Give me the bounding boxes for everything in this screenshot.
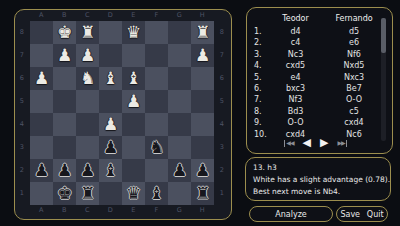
coordinate-label: C — [76, 10, 99, 21]
file-labels-bottom: ABCDEFGH — [30, 205, 214, 216]
black-pawn: ♟ — [57, 159, 72, 182]
square-h3[interactable] — [191, 136, 214, 159]
step-back-icon[interactable]: ◀ — [303, 137, 311, 149]
square-e5[interactable]: ♟ — [122, 90, 145, 113]
coordinate-label: A — [30, 10, 53, 21]
square-d1[interactable] — [99, 182, 122, 205]
white-move[interactable]: e4 — [267, 72, 324, 83]
black-bishop: ♝ — [149, 182, 164, 205]
evaluation-text: White has a slight advantage (0.78). — [253, 174, 383, 186]
move-number[interactable]: 7. — [247, 94, 267, 105]
square-d7[interactable] — [99, 44, 122, 67]
white-move[interactable]: Nf3 — [267, 94, 324, 105]
square-e6[interactable]: ♝ — [122, 67, 145, 90]
coordinate-label: 3 — [215, 136, 229, 159]
coordinate-label: H — [191, 205, 214, 216]
coordinate-label: 4 — [215, 113, 229, 136]
black-move[interactable]: e6 — [324, 37, 384, 48]
black-move[interactable]: Nf6 — [324, 49, 384, 60]
white-pawn: ♟ — [103, 113, 118, 136]
square-c5[interactable] — [76, 90, 99, 113]
square-g7[interactable] — [168, 44, 191, 67]
rank-labels-left: 87654321 — [15, 21, 29, 205]
black-move[interactable]: Be7 — [324, 83, 384, 94]
coordinate-label: 4 — [15, 113, 29, 136]
coordinate-label: A — [30, 205, 53, 216]
square-a1[interactable] — [30, 182, 53, 205]
square-b3[interactable] — [53, 136, 76, 159]
move-number-column-header — [247, 14, 267, 23]
coordinate-label: 3 — [15, 136, 29, 159]
move-list: 1.d4d52.c4e63.Nc3Nf64.cxd5Nxd55.e4Nxc36.… — [247, 26, 384, 140]
black-move[interactable]: O-O — [324, 94, 384, 105]
square-b7[interactable]: ♟ — [53, 44, 76, 67]
square-c1[interactable]: ♜ — [76, 182, 99, 205]
white-rook: ♜ — [195, 21, 210, 44]
move-number[interactable]: 9. — [247, 117, 267, 128]
save-button[interactable]: Save — [340, 210, 360, 219]
black-player-name: Fernando — [324, 14, 384, 23]
coordinate-label: 8 — [215, 21, 229, 44]
move-row: 9.O-Ocxd4 — [247, 117, 384, 128]
coordinate-label: 2 — [15, 159, 29, 182]
coordinate-label: D — [99, 10, 122, 21]
move-list-header: Teodor Fernando — [247, 14, 392, 23]
square-f5[interactable] — [145, 90, 168, 113]
square-a4[interactable] — [30, 113, 53, 136]
coordinate-label: 6 — [215, 67, 229, 90]
square-g8[interactable] — [168, 21, 191, 44]
current-move-label: 13. h3 — [253, 162, 383, 174]
coordinate-label: D — [99, 205, 122, 216]
black-pawn: ♟ — [195, 159, 210, 182]
square-g4[interactable] — [168, 113, 191, 136]
white-pawn: ♟ — [34, 67, 49, 90]
move-list-panel: Teodor Fernando 1.d4d52.c4e63.Nc3Nf64.cx… — [246, 7, 393, 154]
square-c6[interactable]: ♞ — [76, 67, 99, 90]
coordinate-label: 2 — [215, 159, 229, 182]
black-move[interactable]: Nxd5 — [324, 60, 384, 71]
black-pawn: ♟ — [172, 159, 187, 182]
white-move[interactable]: d4 — [267, 26, 324, 37]
move-number[interactable]: 1. — [247, 26, 267, 37]
square-b8[interactable]: ♚ — [53, 21, 76, 44]
square-f6[interactable] — [145, 67, 168, 90]
skip-to-start-icon[interactable]: ◀◀ — [283, 137, 294, 149]
coordinate-label: 8 — [15, 21, 29, 44]
square-b6[interactable] — [53, 67, 76, 90]
square-a7[interactable] — [30, 44, 53, 67]
coordinate-label: G — [168, 10, 191, 21]
file-labels-top: ABCDEFGH — [30, 10, 214, 21]
coordinate-label: 5 — [215, 90, 229, 113]
chess-app-window: ABCDEFGH 87654321 ♚♜♛♜♟♟♟♟♞♝♝♟♟♟♞♟♟♟♝♟♟♚… — [0, 0, 400, 226]
black-queen: ♛ — [126, 182, 141, 205]
square-g6[interactable] — [168, 67, 191, 90]
analysis-info-panel: 13. h3 White has a slight advantage (0.7… — [245, 157, 391, 201]
square-c4[interactable] — [76, 113, 99, 136]
move-number[interactable]: 8. — [247, 106, 267, 117]
analyze-button[interactable]: Analyze — [249, 206, 333, 222]
square-h1[interactable]: ♜ — [191, 182, 214, 205]
move-number[interactable]: 6. — [247, 83, 267, 94]
move-number[interactable]: 4. — [247, 60, 267, 71]
white-move[interactable]: Bd3 — [267, 106, 324, 117]
white-move[interactable]: bxc3 — [267, 83, 324, 94]
square-e2[interactable] — [122, 159, 145, 182]
square-h8[interactable]: ♜ — [191, 21, 214, 44]
coordinate-label: 5 — [15, 90, 29, 113]
black-move[interactable]: d5 — [324, 26, 384, 37]
square-e1[interactable]: ♛ — [122, 182, 145, 205]
square-e4[interactable] — [122, 113, 145, 136]
square-g2[interactable]: ♟ — [168, 159, 191, 182]
coordinate-label: 1 — [215, 182, 229, 205]
coordinate-label: F — [145, 205, 168, 216]
square-c3[interactable] — [76, 136, 99, 159]
black-pawn: ♟ — [80, 159, 95, 182]
square-c7[interactable]: ♟ — [76, 44, 99, 67]
move-row: 1.d4d5 — [247, 26, 384, 37]
move-row: 6.bxc3Be7 — [247, 83, 384, 94]
coordinate-label: B — [53, 205, 76, 216]
square-h4[interactable] — [191, 113, 214, 136]
square-a8[interactable] — [30, 21, 53, 44]
square-h7[interactable]: ♟ — [191, 44, 214, 67]
white-bishop: ♝ — [126, 67, 141, 90]
square-d5[interactable] — [99, 90, 122, 113]
white-queen: ♛ — [126, 21, 141, 44]
move-row: 4.cxd5Nxd5 — [247, 60, 384, 71]
black-move[interactable]: Nxc3 — [324, 72, 384, 83]
square-c8[interactable]: ♜ — [76, 21, 99, 44]
coordinate-label: 1 — [15, 182, 29, 205]
square-b1[interactable]: ♚ — [53, 182, 76, 205]
move-number[interactable]: 5. — [247, 72, 267, 83]
move-number[interactable]: 3. — [247, 49, 267, 60]
square-d8[interactable] — [99, 21, 122, 44]
square-h5[interactable] — [191, 90, 214, 113]
square-a2[interactable]: ♟ — [30, 159, 53, 182]
square-g5[interactable] — [168, 90, 191, 113]
move-row: 7.Nf3O-O — [247, 94, 384, 105]
chess-board: ♚♜♛♜♟♟♟♟♞♝♝♟♟♟♞♟♟♟♝♟♟♚♜♛♝♜ — [30, 21, 214, 205]
move-row: 2.c4e6 — [247, 37, 384, 48]
scrollbar-thumb[interactable] — [381, 18, 386, 53]
square-f7[interactable] — [145, 44, 168, 67]
white-pawn: ♟ — [80, 44, 95, 67]
white-player-name: Teodor — [267, 14, 324, 23]
black-move[interactable]: c5 — [324, 106, 384, 117]
white-pawn: ♟ — [57, 44, 72, 67]
square-e8[interactable]: ♛ — [122, 21, 145, 44]
save-quit-button-group: Save Quit — [336, 206, 388, 222]
black-rook: ♜ — [195, 182, 210, 205]
coordinate-label: 7 — [15, 44, 29, 67]
square-h2[interactable]: ♟ — [191, 159, 214, 182]
square-a5[interactable] — [30, 90, 53, 113]
step-forward-icon[interactable]: ▶ — [320, 137, 328, 149]
square-h6[interactable] — [191, 67, 214, 90]
white-bishop: ♝ — [103, 67, 118, 90]
white-pawn: ♟ — [195, 44, 210, 67]
white-king: ♚ — [57, 21, 72, 44]
rank-labels-right: 87654321 — [215, 21, 229, 205]
square-e3[interactable] — [122, 136, 145, 159]
move-row: 5.e4Nxc3 — [247, 72, 384, 83]
black-bishop: ♝ — [103, 159, 118, 182]
square-f2[interactable] — [145, 159, 168, 182]
move-navigation: ◀◀ ◀ ▶ ▶▶ — [247, 136, 384, 150]
square-a3[interactable] — [30, 136, 53, 159]
black-pawn: ♟ — [34, 159, 49, 182]
white-knight: ♞ — [80, 67, 95, 90]
skip-to-end-icon[interactable]: ▶▶ — [337, 137, 348, 149]
suggestion-text: Best next move is Nb4. — [253, 186, 383, 198]
square-f3[interactable]: ♞ — [145, 136, 168, 159]
square-f4[interactable] — [145, 113, 168, 136]
coordinate-label: B — [53, 10, 76, 21]
square-d4[interactable]: ♟ — [99, 113, 122, 136]
white-move[interactable]: cxd5 — [267, 60, 324, 71]
square-g1[interactable] — [168, 182, 191, 205]
move-list-scrollbar[interactable] — [381, 18, 386, 141]
coordinate-label: C — [76, 205, 99, 216]
coordinate-label: 7 — [215, 44, 229, 67]
black-pawn: ♟ — [103, 136, 118, 159]
coordinate-label: 6 — [15, 67, 29, 90]
coordinate-label: E — [122, 10, 145, 21]
square-f8[interactable] — [145, 21, 168, 44]
quit-button[interactable]: Quit — [367, 210, 384, 219]
square-c2[interactable]: ♟ — [76, 159, 99, 182]
square-b4[interactable] — [53, 113, 76, 136]
square-a6[interactable]: ♟ — [30, 67, 53, 90]
square-e7[interactable] — [122, 44, 145, 67]
coordinate-label: F — [145, 10, 168, 21]
black-rook: ♜ — [80, 182, 95, 205]
black-knight: ♞ — [149, 136, 164, 159]
white-rook: ♜ — [80, 21, 95, 44]
white-move[interactable]: Nc3 — [267, 49, 324, 60]
board-panel: ABCDEFGH 87654321 ♚♜♛♜♟♟♟♟♞♝♝♟♟♟♞♟♟♟♝♟♟♚… — [14, 9, 232, 220]
white-pawn: ♟ — [126, 90, 141, 113]
black-king: ♚ — [57, 182, 72, 205]
coordinate-label: H — [191, 10, 214, 21]
square-b5[interactable] — [53, 90, 76, 113]
square-f1[interactable]: ♝ — [145, 182, 168, 205]
white-move[interactable]: O-O — [267, 117, 324, 128]
square-b2[interactable]: ♟ — [53, 159, 76, 182]
move-row: 3.Nc3Nf6 — [247, 49, 384, 60]
square-d3[interactable]: ♟ — [99, 136, 122, 159]
black-move[interactable]: cxd4 — [324, 117, 384, 128]
white-move[interactable]: c4 — [267, 37, 324, 48]
coordinate-label: G — [168, 205, 191, 216]
square-d2[interactable]: ♝ — [99, 159, 122, 182]
square-d6[interactable]: ♝ — [99, 67, 122, 90]
coordinate-label: E — [122, 205, 145, 216]
square-g3[interactable] — [168, 136, 191, 159]
move-number[interactable]: 2. — [247, 37, 267, 48]
move-row: 8.Bd3c5 — [247, 106, 384, 117]
